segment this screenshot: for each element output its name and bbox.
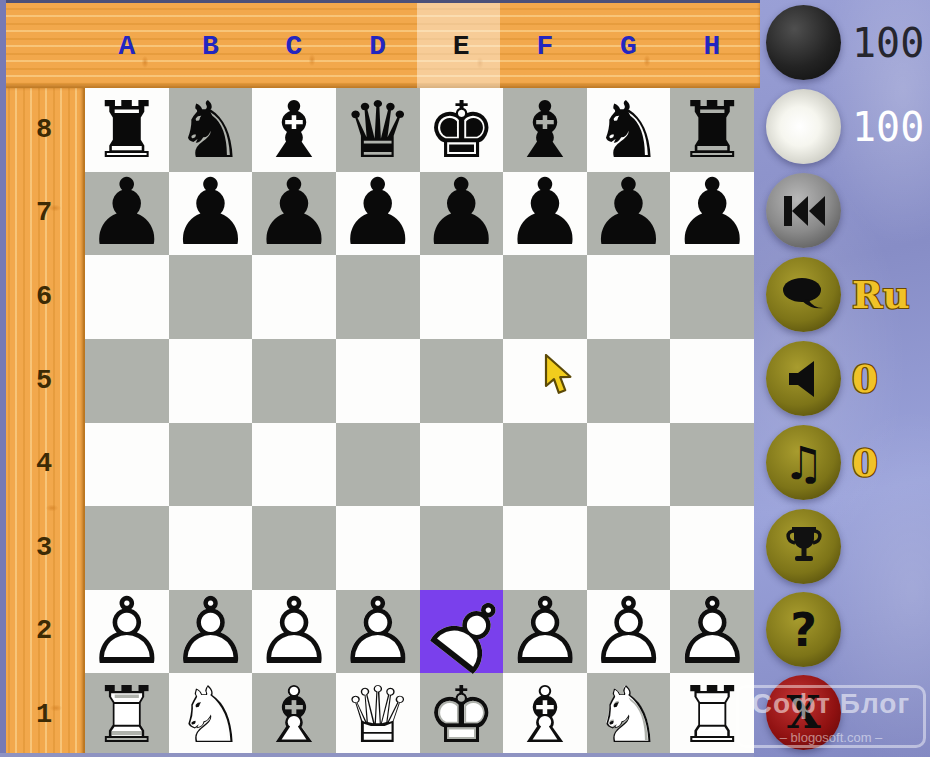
board-frame-left — [0, 88, 85, 757]
square-c7[interactable]: ♟ — [252, 172, 336, 256]
white-player-strength: 100 — [852, 89, 924, 164]
piece-white-bishop: ♝♗ — [252, 673, 336, 757]
piece-white-bishop: ♝♗ — [503, 673, 587, 757]
rank-label-6: 6 — [36, 282, 52, 312]
square-g4[interactable] — [587, 423, 671, 507]
trophy-icon — [784, 525, 824, 569]
close-x-icon: X — [786, 691, 820, 735]
piece-white-pawn: ♟♙ — [336, 590, 420, 674]
square-h6[interactable] — [670, 255, 754, 339]
piece-black-pawn: ♟ — [85, 172, 169, 256]
piece-white-knight: ♞♘ — [587, 673, 671, 757]
piece-white-pawn: ♟♙ — [670, 590, 754, 674]
rank-label-2: 2 — [36, 616, 52, 646]
rank-label-8: 8 — [36, 115, 52, 145]
black-ball-icon[interactable] — [766, 5, 841, 80]
square-b6[interactable] — [169, 255, 253, 339]
square-b7[interactable]: ♟ — [169, 172, 253, 256]
square-c1[interactable]: ♝♗ — [252, 673, 336, 757]
file-label-g: G — [620, 31, 637, 62]
cursor-arrow — [544, 354, 576, 398]
white-ball-icon[interactable] — [766, 89, 841, 164]
square-d2[interactable]: ♟♙ — [336, 590, 420, 674]
square-h1[interactable]: ♜♖ — [670, 673, 754, 757]
square-c4[interactable] — [252, 423, 336, 507]
help-button[interactable]: ? — [766, 592, 841, 667]
exit-button[interactable]: X — [766, 675, 841, 750]
piece-black-pawn: ♟ — [336, 172, 420, 256]
square-e7[interactable]: ♟ — [420, 172, 504, 256]
music-volume-button[interactable]: ♫ — [766, 425, 841, 500]
file-label-c: C — [286, 31, 303, 62]
square-f4[interactable] — [503, 423, 587, 507]
square-f6[interactable] — [503, 255, 587, 339]
chess-board: ♜♞♝♛♚♝♞♜♟♟♟♟♟♟♟♟♟♙♟♙♟♙♟♙♟♙♟♙♟♙♟♙♜♖♞♘♝♗♛♕… — [85, 88, 754, 757]
music-row: ♫ 0 — [749, 425, 930, 500]
square-b2[interactable]: ♟♙ — [169, 590, 253, 674]
square-g5[interactable] — [587, 339, 671, 423]
square-a4[interactable] — [85, 423, 169, 507]
achievements-row — [749, 509, 930, 584]
music-notes-icon: ♫ — [783, 440, 824, 486]
piece-black-pawn: ♟ — [503, 172, 587, 256]
square-c2[interactable]: ♟♙ — [252, 590, 336, 674]
window-bottom-edge — [0, 753, 754, 757]
language-button[interactable] — [766, 257, 841, 332]
rewind-button[interactable] — [766, 173, 841, 248]
square-c6[interactable] — [252, 255, 336, 339]
square-c5[interactable] — [252, 339, 336, 423]
chess-app-window: ABCDEFGH 87654321 ♜♞♝♛♚♝♞♜♟♟♟♟♟♟♟♟♟♙♟♙♟♙… — [0, 0, 930, 757]
piece-white-pawn: ♟♙ — [587, 590, 671, 674]
rank-label-4: 4 — [36, 449, 52, 479]
window-left-edge — [0, 0, 6, 757]
file-label-d: D — [369, 31, 386, 62]
rank-label-1: 1 — [36, 700, 52, 730]
rank-label-7: 7 — [36, 198, 52, 228]
square-g7[interactable]: ♟ — [587, 172, 671, 256]
help-row: ? — [749, 592, 930, 667]
speech-bubble-icon — [780, 275, 828, 315]
music-volume-value: 0 — [852, 425, 878, 500]
square-h2[interactable]: ♟♙ — [670, 590, 754, 674]
square-f7[interactable]: ♟ — [503, 172, 587, 256]
file-label-a: A — [118, 31, 135, 62]
piece-white-pawn: ♟♙ — [85, 590, 169, 674]
square-b1[interactable]: ♞♘ — [169, 673, 253, 757]
black-player-row: 100 — [749, 5, 930, 80]
square-d5[interactable] — [336, 339, 420, 423]
square-e6[interactable] — [420, 255, 504, 339]
sound-row: 0 — [749, 341, 930, 416]
piece-black-pawn: ♟ — [587, 172, 671, 256]
square-b4[interactable] — [169, 423, 253, 507]
square-d6[interactable] — [336, 255, 420, 339]
skip-to-start-icon — [782, 193, 826, 229]
square-e2[interactable]: ♟♙ — [420, 590, 504, 674]
file-label-b: B — [202, 31, 219, 62]
speaker-icon — [786, 360, 822, 398]
question-mark-icon: ? — [790, 607, 817, 653]
square-a7[interactable]: ♟ — [85, 172, 169, 256]
black-player-strength: 100 — [852, 5, 924, 80]
white-player-row: 100 — [749, 89, 930, 164]
square-a6[interactable] — [85, 255, 169, 339]
piece-white-pawn: ♟♙ — [252, 590, 336, 674]
square-g6[interactable] — [587, 255, 671, 339]
rewind-row — [749, 173, 930, 248]
piece-black-pawn: ♟ — [169, 172, 253, 256]
square-a1[interactable]: ♜♖ — [85, 673, 169, 757]
exit-row: X — [749, 675, 930, 750]
square-d4[interactable] — [336, 423, 420, 507]
square-g2[interactable]: ♟♙ — [587, 590, 671, 674]
piece-white-queen: ♛♕ — [336, 673, 420, 757]
file-label-f: F — [536, 31, 553, 62]
square-e5[interactable] — [420, 339, 504, 423]
window-top-edge — [0, 0, 760, 3]
achievements-button[interactable] — [766, 509, 841, 584]
square-a5[interactable] — [85, 339, 169, 423]
square-d1[interactable]: ♛♕ — [336, 673, 420, 757]
square-g1[interactable]: ♞♘ — [587, 673, 671, 757]
piece-black-pawn: ♟ — [252, 172, 336, 256]
square-b5[interactable] — [169, 339, 253, 423]
piece-white-rook: ♜♖ — [670, 673, 754, 757]
file-label-h: H — [704, 31, 721, 62]
rank-label-3: 3 — [36, 533, 52, 563]
sound-volume-value: 0 — [852, 341, 878, 416]
piece-white-pawn: ♟♙ — [169, 590, 253, 674]
square-h5[interactable] — [670, 339, 754, 423]
file-label-e: E — [453, 31, 470, 62]
square-d7[interactable]: ♟ — [336, 172, 420, 256]
piece-white-rook: ♜♖ — [85, 673, 169, 757]
piece-black-pawn: ♟ — [420, 172, 504, 256]
square-f1[interactable]: ♝♗ — [503, 673, 587, 757]
square-e4[interactable] — [420, 423, 504, 507]
square-h4[interactable] — [670, 423, 754, 507]
piece-white-knight: ♞♘ — [169, 673, 253, 757]
square-h7[interactable]: ♟ — [670, 172, 754, 256]
language-label: Ru — [852, 257, 910, 332]
piece-black-pawn: ♟ — [670, 172, 754, 256]
language-row: Ru — [749, 257, 930, 332]
rank-label-5: 5 — [36, 366, 52, 396]
sound-volume-button[interactable] — [766, 341, 841, 416]
square-a2[interactable]: ♟♙ — [85, 590, 169, 674]
